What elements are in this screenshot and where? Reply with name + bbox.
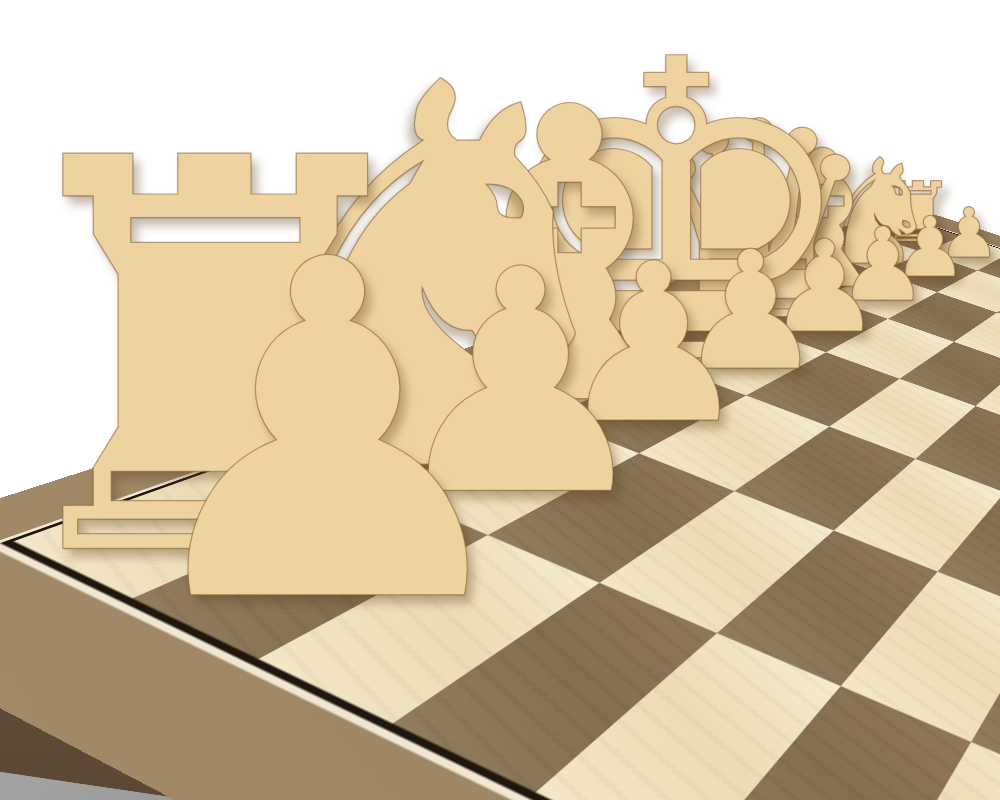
chess-set-photo: ♜♞♝♛♚♝♞♜♟♟♟♟♟♟♟♟ [0, 0, 1000, 800]
chess-board [0, 206, 1000, 800]
